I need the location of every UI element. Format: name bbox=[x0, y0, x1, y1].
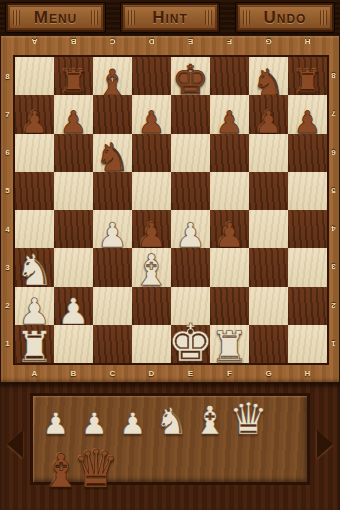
captured-white-pawn: ♟ bbox=[43, 412, 70, 437]
button-hinge-decoration bbox=[243, 10, 250, 25]
square-f8[interactable] bbox=[210, 57, 249, 95]
square-a5[interactable] bbox=[15, 172, 54, 210]
square-g6[interactable] bbox=[249, 134, 288, 172]
piece-white-knight-a3[interactable]: ♞ bbox=[15, 253, 54, 288]
coordinate-label-G: G bbox=[249, 363, 288, 383]
square-f7[interactable]: ♟ bbox=[210, 95, 249, 133]
coordinate-label-4: 4 bbox=[0, 210, 15, 248]
square-f5[interactable] bbox=[210, 172, 249, 210]
coordinate-label-4: 4 bbox=[327, 210, 340, 248]
captured-white-pawn: ♟ bbox=[81, 412, 108, 437]
square-h2[interactable] bbox=[288, 287, 327, 325]
captured-white-pawn: ♟ bbox=[120, 412, 147, 437]
square-e6[interactable] bbox=[171, 134, 210, 172]
piece-black-king-e8[interactable]: ♚ bbox=[172, 64, 209, 98]
button-hinge-decoration bbox=[13, 10, 20, 25]
piece-black-pawn-d7[interactable]: ♟ bbox=[138, 110, 166, 135]
square-b5[interactable] bbox=[54, 172, 93, 210]
square-g2[interactable] bbox=[249, 287, 288, 325]
piece-white-king-e1[interactable]: ♚ bbox=[167, 322, 214, 365]
board-frame: ABCDEFGH 87654321 87654321 ABCDEFGH ♜♝♚♞… bbox=[0, 35, 340, 383]
piece-black-pawn-f4[interactable]: ♟ bbox=[214, 222, 244, 250]
square-b4[interactable] bbox=[54, 210, 93, 248]
board-squares: ♜♝♚♞♜♟♟♟♟♟♟♞♟♟♟♟♞♝♟♟♜♚♜ bbox=[15, 57, 327, 363]
square-f6[interactable] bbox=[210, 134, 249, 172]
undo-button-label: Undo bbox=[264, 9, 307, 26]
square-g8[interactable]: ♞ bbox=[249, 57, 288, 95]
square-d3[interactable]: ♝ bbox=[132, 248, 171, 286]
tray-scroll-right-arrow-icon[interactable] bbox=[317, 430, 333, 458]
top-toolbar: Menu Hint Undo bbox=[0, 0, 340, 35]
square-e4[interactable]: ♟ bbox=[171, 210, 210, 248]
square-a1[interactable]: ♜ bbox=[15, 325, 54, 363]
tray-scroll-left-arrow-icon[interactable] bbox=[7, 430, 23, 458]
coordinate-label-C: C bbox=[93, 363, 132, 383]
square-b6[interactable] bbox=[54, 134, 93, 172]
piece-white-rook-a1[interactable]: ♜ bbox=[15, 330, 54, 365]
square-d4[interactable]: ♟ bbox=[132, 210, 171, 248]
coordinate-label-6: 6 bbox=[0, 134, 15, 172]
square-h4[interactable] bbox=[288, 210, 327, 248]
rank-labels-right: 87654321 bbox=[327, 57, 340, 363]
square-g4[interactable] bbox=[249, 210, 288, 248]
coordinate-label-8: 8 bbox=[327, 57, 340, 95]
square-d6[interactable] bbox=[132, 134, 171, 172]
square-a7[interactable]: ♟ bbox=[15, 95, 54, 133]
square-h3[interactable] bbox=[288, 248, 327, 286]
piece-black-pawn-h7[interactable]: ♟ bbox=[294, 110, 322, 135]
coordinate-label-2: 2 bbox=[327, 287, 340, 325]
file-labels-top: ABCDEFGH bbox=[15, 35, 327, 57]
menu-button[interactable]: Menu bbox=[6, 3, 105, 32]
square-g7[interactable]: ♟ bbox=[249, 95, 288, 133]
coordinate-label-2: 2 bbox=[0, 287, 15, 325]
coordinate-label-1: 1 bbox=[0, 325, 15, 363]
square-c3[interactable] bbox=[93, 248, 132, 286]
square-a2[interactable]: ♟ bbox=[15, 287, 54, 325]
piece-black-pawn-f7[interactable]: ♟ bbox=[216, 110, 244, 135]
piece-white-pawn-c4[interactable]: ♟ bbox=[97, 222, 127, 250]
coordinate-label-7: 7 bbox=[0, 95, 15, 133]
coordinate-label-H: H bbox=[288, 35, 327, 57]
piece-black-pawn-a7[interactable]: ♟ bbox=[21, 110, 49, 135]
square-a3[interactable]: ♞ bbox=[15, 248, 54, 286]
square-b1[interactable] bbox=[54, 325, 93, 363]
captured-black-queen: ♛ bbox=[73, 448, 120, 491]
square-a8[interactable] bbox=[15, 57, 54, 95]
square-h6[interactable] bbox=[288, 134, 327, 172]
square-d7[interactable]: ♟ bbox=[132, 95, 171, 133]
square-c2[interactable] bbox=[93, 287, 132, 325]
piece-black-knight-c6[interactable]: ♞ bbox=[95, 142, 130, 174]
coordinate-label-3: 3 bbox=[0, 248, 15, 286]
square-h1[interactable] bbox=[288, 325, 327, 363]
square-c5[interactable] bbox=[93, 172, 132, 210]
button-hinge-decoration bbox=[91, 10, 98, 25]
square-c7[interactable] bbox=[93, 95, 132, 133]
captured-white-queen: ♛ bbox=[229, 401, 268, 437]
coordinate-label-B: B bbox=[54, 363, 93, 383]
coordinate-label-H: H bbox=[288, 363, 327, 383]
coordinate-label-D: D bbox=[132, 363, 171, 383]
coordinate-label-E: E bbox=[171, 35, 210, 57]
square-d5[interactable] bbox=[132, 172, 171, 210]
menu-button-label: Menu bbox=[34, 9, 78, 26]
coordinate-label-D: D bbox=[132, 35, 171, 57]
square-f1[interactable]: ♜ bbox=[210, 325, 249, 363]
square-c1[interactable] bbox=[93, 325, 132, 363]
chess-app-screen: Menu Hint Undo ABCDEFGH 87654321 8765432… bbox=[0, 0, 340, 510]
captured-white-bishop: ♝ bbox=[193, 405, 228, 437]
square-c6[interactable]: ♞ bbox=[93, 134, 132, 172]
coordinate-label-F: F bbox=[210, 35, 249, 57]
button-hinge-decoration bbox=[128, 10, 135, 25]
undo-button[interactable]: Undo bbox=[236, 3, 334, 32]
square-d1[interactable] bbox=[132, 325, 171, 363]
coordinate-label-7: 7 bbox=[327, 95, 340, 133]
coordinate-label-8: 8 bbox=[0, 57, 15, 95]
square-h7[interactable]: ♟ bbox=[288, 95, 327, 133]
square-e8[interactable]: ♚ bbox=[171, 57, 210, 95]
square-h5[interactable] bbox=[288, 172, 327, 210]
button-hinge-decoration bbox=[320, 10, 327, 25]
square-b2[interactable]: ♟ bbox=[54, 287, 93, 325]
square-b7[interactable]: ♟ bbox=[54, 95, 93, 133]
hint-button[interactable]: Hint bbox=[121, 3, 219, 32]
piece-white-bishop-d3[interactable]: ♝ bbox=[132, 253, 171, 288]
coordinate-label-B: B bbox=[54, 35, 93, 57]
square-g3[interactable] bbox=[249, 248, 288, 286]
piece-white-pawn-b2[interactable]: ♟ bbox=[57, 297, 89, 327]
coordinate-label-5: 5 bbox=[327, 172, 340, 210]
square-c4[interactable]: ♟ bbox=[93, 210, 132, 248]
piece-white-pawn-e4[interactable]: ♟ bbox=[175, 222, 205, 250]
square-a6[interactable] bbox=[15, 134, 54, 172]
piece-black-knight-g8[interactable]: ♞ bbox=[252, 68, 284, 98]
square-f3[interactable] bbox=[210, 248, 249, 286]
piece-black-rook-b8[interactable]: ♜ bbox=[58, 69, 88, 97]
piece-black-pawn-b7[interactable]: ♟ bbox=[60, 110, 88, 135]
piece-black-rook-h8[interactable]: ♜ bbox=[292, 69, 322, 97]
coordinate-label-A: A bbox=[15, 35, 54, 57]
square-g5[interactable] bbox=[249, 172, 288, 210]
square-b3[interactable] bbox=[54, 248, 93, 286]
rank-labels-left: 87654321 bbox=[0, 57, 15, 363]
square-e7[interactable] bbox=[171, 95, 210, 133]
square-e5[interactable] bbox=[171, 172, 210, 210]
square-c8[interactable]: ♝ bbox=[93, 57, 132, 95]
square-a4[interactable] bbox=[15, 210, 54, 248]
captured-white-knight: ♞ bbox=[155, 407, 188, 437]
square-d2[interactable] bbox=[132, 287, 171, 325]
coordinate-label-6: 6 bbox=[327, 134, 340, 172]
hint-button-label: Hint bbox=[152, 9, 188, 26]
piece-white-rook-f1[interactable]: ♜ bbox=[210, 330, 249, 365]
piece-black-pawn-g7[interactable]: ♟ bbox=[255, 110, 283, 135]
coordinate-label-5: 5 bbox=[0, 172, 15, 210]
square-b8[interactable]: ♜ bbox=[54, 57, 93, 95]
square-h8[interactable]: ♜ bbox=[288, 57, 327, 95]
square-f2[interactable] bbox=[210, 287, 249, 325]
square-e1[interactable]: ♚ bbox=[171, 325, 210, 363]
captured-pieces-tray: ♟♟♟♞♝♛♝♛ bbox=[0, 383, 340, 510]
square-e3[interactable] bbox=[171, 248, 210, 286]
coordinate-label-3: 3 bbox=[327, 248, 340, 286]
coordinate-label-G: G bbox=[249, 35, 288, 57]
coordinate-label-1: 1 bbox=[327, 325, 340, 363]
piece-black-bishop-c8[interactable]: ♝ bbox=[96, 68, 128, 98]
button-hinge-decoration bbox=[205, 10, 212, 25]
square-f4[interactable]: ♟ bbox=[210, 210, 249, 248]
square-g1[interactable] bbox=[249, 325, 288, 363]
coordinate-label-C: C bbox=[93, 35, 132, 57]
square-d8[interactable] bbox=[132, 57, 171, 95]
